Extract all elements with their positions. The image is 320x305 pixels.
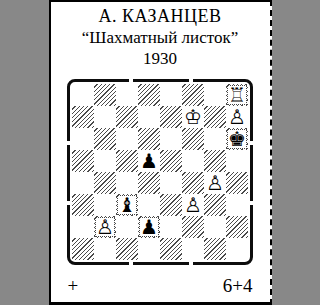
square-a1 (72, 238, 94, 260)
square-b2: ♙ (94, 216, 116, 238)
square-b7 (94, 106, 116, 128)
square-f6 (182, 128, 204, 150)
square-a3 (72, 194, 94, 216)
square-a4 (72, 172, 94, 194)
square-e4 (160, 172, 182, 194)
square-g7 (204, 106, 226, 128)
diagram-footer: + 6+4 (51, 275, 270, 297)
square-a2 (72, 216, 94, 238)
square-h6: ♚ (226, 128, 248, 150)
square-c8 (116, 84, 138, 106)
frame-break (250, 201, 253, 205)
white-king-f7: ♔ (182, 106, 204, 128)
square-d5: ♟ (138, 150, 160, 172)
square-f8 (182, 84, 204, 106)
frame-break (250, 141, 253, 145)
white-rook-h8: ♖ (226, 84, 248, 106)
square-c7 (116, 106, 138, 128)
square-b5 (94, 150, 116, 172)
stipulation-symbol: + (68, 275, 79, 297)
square-d7 (138, 106, 160, 128)
square-d4 (138, 172, 160, 194)
frame-break (129, 262, 133, 265)
square-e8 (160, 84, 182, 106)
black-king-h6: ♚ (226, 128, 248, 150)
publication-source: “Шахматный листок” (51, 27, 270, 48)
frame-break (189, 262, 193, 265)
black-pawn-d2: ♟ (138, 216, 160, 238)
frame-break (129, 79, 133, 82)
square-f4 (182, 172, 204, 194)
square-g8 (204, 84, 226, 106)
board-frame: ♖♔♙♚♟♙♝♙♙♟ (67, 79, 253, 265)
square-f7: ♔ (182, 106, 204, 128)
square-g6 (204, 128, 226, 150)
board-grid: ♖♔♙♚♟♙♝♙♙♟ (72, 84, 248, 260)
square-a8 (72, 84, 94, 106)
square-g3 (204, 194, 226, 216)
square-d2: ♟ (138, 216, 160, 238)
square-h5 (226, 150, 248, 172)
white-pawn-b2: ♙ (94, 216, 116, 238)
square-a5 (72, 150, 94, 172)
square-c1 (116, 238, 138, 260)
square-b3 (94, 194, 116, 216)
square-b4 (94, 172, 116, 194)
square-g2 (204, 216, 226, 238)
square-e7 (160, 106, 182, 128)
frame-break (189, 79, 193, 82)
square-h3 (226, 194, 248, 216)
black-pawn-d5: ♟ (138, 150, 160, 172)
square-f1 (182, 238, 204, 260)
square-e2 (160, 216, 182, 238)
square-d6 (138, 128, 160, 150)
square-c4 (116, 172, 138, 194)
square-h8: ♖ (226, 84, 248, 106)
square-g4: ♙ (204, 172, 226, 194)
square-g5 (204, 150, 226, 172)
frame-break (67, 141, 70, 145)
diagram-header: А. КАЗАНЦЕВ “Шахматный листок” 1930 (51, 2, 270, 69)
white-pawn-h7: ♙ (226, 106, 248, 128)
square-b6 (94, 128, 116, 150)
black-bishop-c3: ♝ (116, 194, 138, 216)
chess-board: ♖♔♙♚♟♙♝♙♙♟ (67, 79, 253, 265)
square-d1 (138, 238, 160, 260)
author-name: А. КАЗАНЦЕВ (51, 6, 270, 27)
white-pawn-f3: ♙ (182, 194, 204, 216)
square-c5 (116, 150, 138, 172)
square-c2 (116, 216, 138, 238)
frame-break (67, 201, 70, 205)
square-g1 (204, 238, 226, 260)
square-b1 (94, 238, 116, 260)
square-c3: ♝ (116, 194, 138, 216)
white-pawn-g4: ♙ (204, 172, 226, 194)
square-e3 (160, 194, 182, 216)
square-h1 (226, 238, 248, 260)
square-a7 (72, 106, 94, 128)
study-diagram-page: А. КАЗАНЦЕВ “Шахматный листок” 1930 ♖♔♙♚… (49, 0, 272, 305)
square-e6 (160, 128, 182, 150)
square-h7: ♙ (226, 106, 248, 128)
square-e1 (160, 238, 182, 260)
square-h2 (226, 216, 248, 238)
square-f5 (182, 150, 204, 172)
square-b8 (94, 84, 116, 106)
square-a6 (72, 128, 94, 150)
square-d3 (138, 194, 160, 216)
material-count: 6+4 (223, 275, 253, 297)
square-f2 (182, 216, 204, 238)
square-d8 (138, 84, 160, 106)
square-c6 (116, 128, 138, 150)
square-h4 (226, 172, 248, 194)
square-e5 (160, 150, 182, 172)
publication-year: 1930 (51, 48, 270, 69)
square-f3: ♙ (182, 194, 204, 216)
